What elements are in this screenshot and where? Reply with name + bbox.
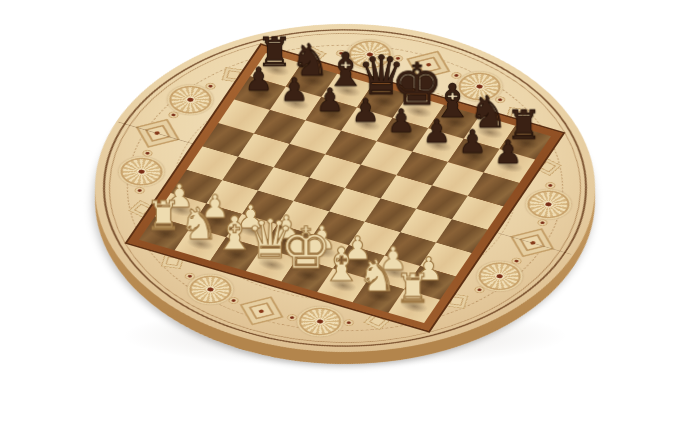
diamond-carving [221,67,245,83]
diamond-carving [136,119,180,148]
piece-black-pawn: ♟ [475,136,542,168]
inlay-dot [342,318,355,327]
square-h7: ♟ [484,149,535,183]
inlay-dot [510,257,523,266]
inlay-dot [227,296,240,305]
rosette-carving [518,184,579,224]
round-chess-board: ♜♞♝♛♚♝♞♜♟♟♟♟♟♟♟♟♟♟♟♟♟♟♟♟♜♞♝♛♚♝♞♜ [15,0,675,405]
inlay-dot [285,314,298,323]
inlay-dot [133,186,146,195]
rosette-carving [290,302,351,342]
square-e4 [329,188,380,222]
rosette-carving [469,256,530,296]
scene: ♜♞♝♛♚♝♞♜♟♟♟♟♟♟♟♟♟♟♟♟♟♟♟♟♜♞♝♛♚♝♞♜ [0,0,680,425]
inlay-dot [184,272,197,281]
piece-white-rook: ♜ [379,268,446,308]
diamond-carving [240,296,284,325]
rosette-carving [180,270,241,310]
diamond-carving [505,107,529,123]
product-photo: ♜♞♝♛♚♝♞♜♟♟♟♟♟♟♟♟♟♟♟♟♟♟♟♟♜♞♝♛♚♝♞♜ [0,0,680,425]
square-h1: ♜ [388,289,439,323]
inlay-dot [473,285,486,294]
square-e5 [345,165,396,199]
inlay-dot [536,218,549,227]
inlay-dot [543,181,556,190]
